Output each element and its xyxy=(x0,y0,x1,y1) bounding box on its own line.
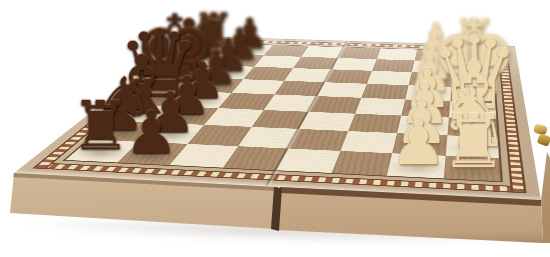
piece-shadow-d8 xyxy=(136,92,181,105)
piece-shadow-g2 xyxy=(413,62,455,74)
piece-shadow-c1 xyxy=(448,121,500,136)
piece-shadow-c2 xyxy=(399,119,451,134)
piece-shadow-b1 xyxy=(446,140,502,156)
piece-shadow-a8 xyxy=(74,145,127,160)
piece-shadow-e2 xyxy=(407,87,453,100)
piece-shadow-d1 xyxy=(449,104,498,118)
piece-shadow-f1 xyxy=(452,75,497,88)
piece-shadow-a7 xyxy=(124,147,178,162)
piece-black-pawn-a7: ♟ xyxy=(151,154,204,213)
piece-shadow-d2 xyxy=(403,102,452,116)
piece-shadow-e1 xyxy=(451,89,498,102)
piece-shadow-f7 xyxy=(208,67,250,79)
piece-black-pawn-b7: ♟ xyxy=(170,133,220,189)
piece-shadow-g8 xyxy=(182,54,221,65)
piece-shadow-c7 xyxy=(163,109,211,123)
piece-shadow-c8 xyxy=(118,108,166,122)
piece-shadow-b8 xyxy=(97,125,147,139)
piece-shadow-d7 xyxy=(179,94,225,107)
piece-shadow-g1 xyxy=(453,63,495,75)
piece-shadow-e7 xyxy=(194,80,238,93)
piece-shadow-b7 xyxy=(145,127,196,142)
piece-black-knight-b8: ♞ xyxy=(122,131,189,205)
piece-shadow-f8 xyxy=(168,65,209,77)
piece-shadow-g7 xyxy=(220,55,260,66)
piece-black-pawn-c7: ♟ xyxy=(187,115,234,168)
piece-white-rook-a1: ♜ xyxy=(474,169,541,243)
piece-shadow-h7 xyxy=(231,45,269,56)
chess-set-photo-scene: ♜♞♝♛♚♝♞♜♟♟♟♟♟♟♟♟♟♟♟♟♟♟♟♟♜♞♝♛♚♝♞♜ xyxy=(0,0,550,257)
piece-shadow-a1 xyxy=(444,161,503,178)
piece-shadow-a2 xyxy=(389,159,447,176)
piece-shadow-f2 xyxy=(410,74,454,87)
piece-shadow-h8 xyxy=(195,43,233,54)
piece-white-knight-b1: ♞ xyxy=(474,147,547,229)
piece-shadow-h2 xyxy=(416,50,456,62)
piece-shadow-b2 xyxy=(394,138,449,154)
piece-black-pawn-d7: ♟ xyxy=(202,99,247,149)
piece-black-pawn-g7: ♟ xyxy=(240,60,279,104)
piece-shadow-e8 xyxy=(153,78,196,90)
piece-shadow-h1 xyxy=(454,52,495,64)
pieces-layer: ♜♞♝♛♚♝♞♜♟♟♟♟♟♟♟♟♟♟♟♟♟♟♟♟♜♞♝♛♚♝♞♜ xyxy=(0,0,550,257)
